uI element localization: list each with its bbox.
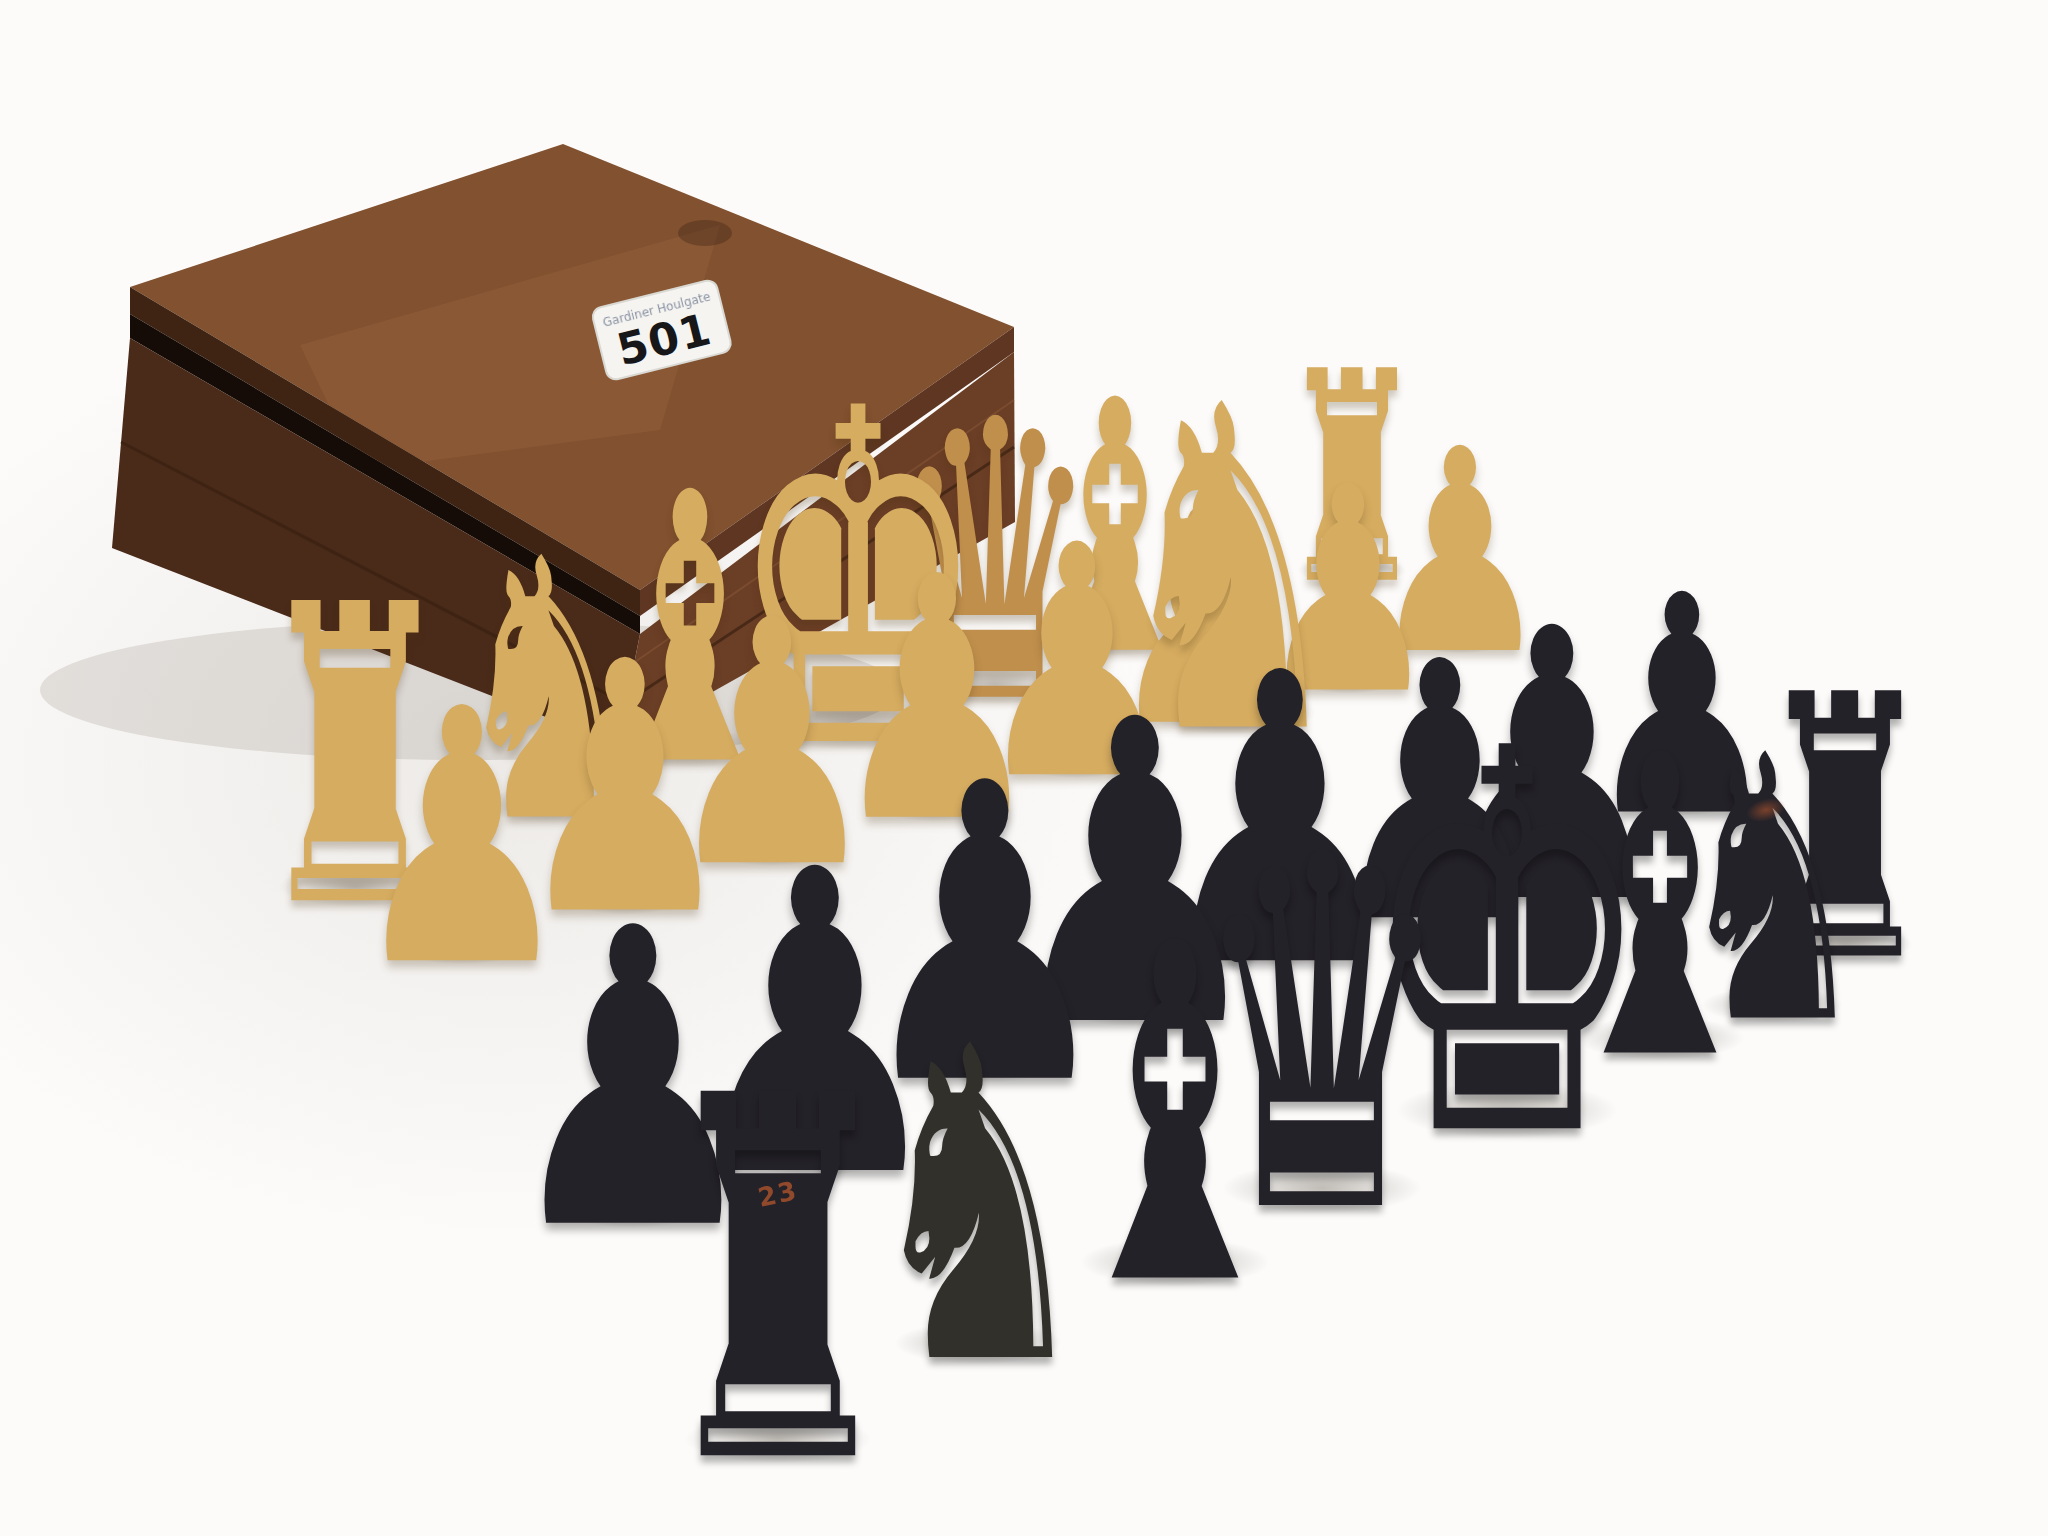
black-rook-a-piece[interactable]: ♜︎ <box>655 1033 901 1532</box>
chess-pieces-layer: ♜︎♟︎♞︎♟︎♝︎♟︎♚︎♟︎♛︎♟︎♝︎♟︎♞︎♟︎♜︎♟︎♟︎♜︎23♟︎… <box>0 0 2048 1536</box>
photo-scene: Gardiner Houlgate 501 ♜︎♟︎♞︎♟︎♝︎♟︎♚︎♟︎♛︎… <box>0 0 2048 1536</box>
